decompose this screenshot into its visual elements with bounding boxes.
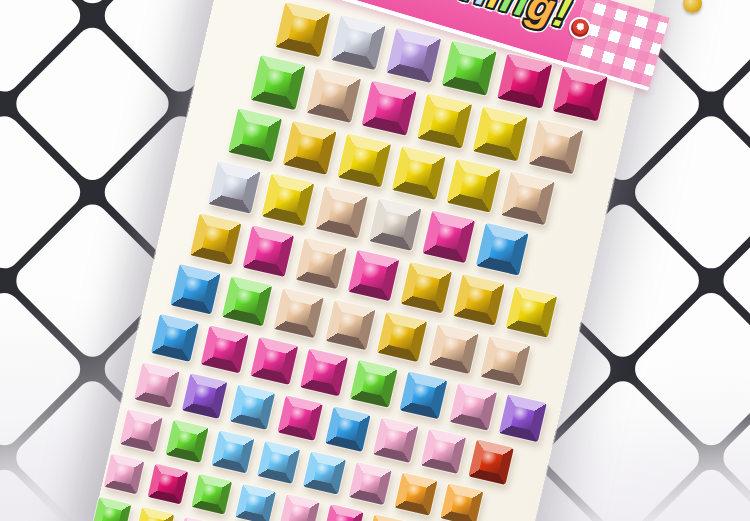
gem-facet [308,250,335,277]
gem-facet [489,236,516,263]
gem-facet [212,337,237,362]
gem-sticker-blue [151,314,199,362]
gem-sticker-pink [120,409,163,452]
gem-sticker-orange [440,483,483,521]
gem-sticker-sky [303,451,346,494]
gem-facet [328,198,355,225]
gem-facet [566,79,595,108]
gem-facet [479,450,503,474]
gem-facet [313,462,335,484]
gem-sticker-pink [449,383,497,431]
gem-sticker-green [442,41,497,96]
gem-facet [413,274,440,301]
gem-facet [381,211,408,238]
gem-sticker-orange [394,473,437,516]
gem-sticker-sky [230,384,276,430]
gem-sticker-green [350,360,398,408]
gem-sticker-gold [453,274,505,326]
gem-sticker-champagne [325,300,375,350]
gem-sticker-champagne [295,238,347,290]
gem-sticker-magenta [362,81,417,136]
gem-facet [241,395,265,419]
gem-sticker-deeppink [497,53,552,108]
gem-sticker-gold [377,312,427,362]
gem-sticker-magenta [250,337,298,385]
gem-sticker-champagne [501,171,555,225]
gem-sticker-magenta [277,395,323,441]
gem-facet [145,373,169,397]
gem-facet [541,132,570,161]
gem-sticker-yellow [506,286,558,338]
gem-facet [350,146,378,174]
gem-facet [274,186,301,213]
gem-facet [399,41,428,70]
gem-facet [288,406,312,430]
gem-sticker-silver [331,15,386,70]
gem-facet [289,504,310,521]
gem-facet [359,472,381,494]
gem-facet [389,324,415,350]
gem-facet [130,419,152,441]
gem-facet [157,473,178,494]
gem-facet [241,121,269,149]
gem-sticker-silver [208,161,261,214]
gem-sticker-magenta [422,211,475,264]
gem-sticker-sky [257,441,300,484]
gem-sticker-magenta [323,504,364,521]
gem-facet [337,312,363,338]
gem-sticker-yellow [135,507,175,521]
gem-sticker-gold [190,213,242,265]
gem-sticker-green [165,420,208,463]
gem-sticker-yellow [446,159,500,213]
gem-facet [319,81,348,110]
gem-facet [411,383,436,408]
gem-sticker-yellow [337,133,391,187]
gem-sticker-yellow [262,173,315,226]
gem-facet [234,288,260,314]
gem-sticker-pink [178,517,218,521]
gem-facet [451,493,473,515]
gem-facet [455,54,484,83]
gem-facet [405,483,427,505]
gem-facet [336,417,360,441]
gem-sticker-green [250,55,305,110]
gem-facet [461,394,486,419]
gem-facet [486,119,515,148]
gem-facet [333,514,354,521]
gem-sticker-lavender [386,28,441,83]
gem-facet [113,463,134,484]
gem-facet [492,348,518,374]
gem-facet [296,134,324,162]
gem-facet [514,184,542,212]
gem-facet [202,226,229,253]
gem-facet [430,107,459,136]
gem-sticker-pink [134,362,180,408]
gem-sticker-champagne [528,119,583,174]
gem-sticker-yellow [473,106,528,161]
gem-facet [245,494,266,515]
gem-sticker-champagne [428,324,478,374]
gem-facet [344,28,373,57]
gem-facet [510,406,535,431]
gem-facet [221,174,248,201]
gem-sticker-blue [325,406,371,452]
gem-facet [510,67,539,96]
gem-facet [432,439,456,463]
gem-facet [222,441,244,463]
gem-sticker-green [92,497,132,521]
gem-sticker-magenta [300,348,348,396]
gem-facet [435,223,462,250]
gem-sticker-pink [421,428,467,474]
gem-sticker-orange [367,514,408,521]
gem-sticker-champagne [274,288,324,338]
gem-sticker-gold [275,2,330,57]
gem-sticker-champagne [480,336,530,386]
gem-facet [101,506,122,521]
gem-facet [518,299,545,326]
gem-facet [182,276,208,302]
gem-sticker-sky [211,430,254,473]
gem-sticker-blue [170,264,220,314]
gem-facet [441,336,467,362]
gem-sticker-white [369,198,422,251]
gem-sticker-magenta [201,325,249,373]
gem-sticker-sky [235,484,276,521]
gem-sticker-champagne [306,68,361,123]
gem-facet [201,484,222,505]
gem-facet [267,451,289,473]
gem-sticker-magenta [348,250,400,302]
gem-sticker-pink [279,494,320,521]
gem-facet [360,262,387,289]
gem-sticker-green [191,474,232,515]
gem-facet [144,516,165,521]
gem-sticker-deeppink [148,464,189,505]
gem-sticker-champagne [315,186,368,239]
gem-sticker-gold [283,121,337,175]
gem-facet [361,371,386,396]
gem-sticker-yellow [392,146,446,200]
gem-sticker-blue [476,223,529,276]
product-photo: Warning! [0,0,750,521]
gem-sticker-green [228,108,282,162]
gem-sticker-green [222,276,272,326]
gem-facet [262,348,287,373]
gem-facet [264,68,293,97]
gem-sticker-deeppink [553,66,608,121]
gem-sticker-yellow [417,93,472,148]
gem-facet [162,325,187,350]
gem-facet [255,238,282,265]
gem-sticker-pink [104,454,145,495]
gem-facet [465,286,492,313]
gem-facet [193,384,217,408]
gem-sticker-purple [499,394,547,442]
gem-sticker-gold [400,262,452,314]
gem-sticker-red [468,439,514,485]
gem-facet [405,159,433,187]
gem-sticker-blue [399,371,447,419]
gem-facet [312,360,337,385]
gem-sticker-pink [373,417,419,463]
gem-sticker-purple [182,373,228,419]
gem-sticker-pink [349,462,392,505]
gem-facet [286,300,312,326]
gem-facet [375,94,404,123]
gem-facet [459,172,487,200]
gem-facet [384,428,408,452]
gem-facet [176,430,198,452]
gem-facet [288,15,317,44]
gem-sticker-magenta [243,225,295,277]
